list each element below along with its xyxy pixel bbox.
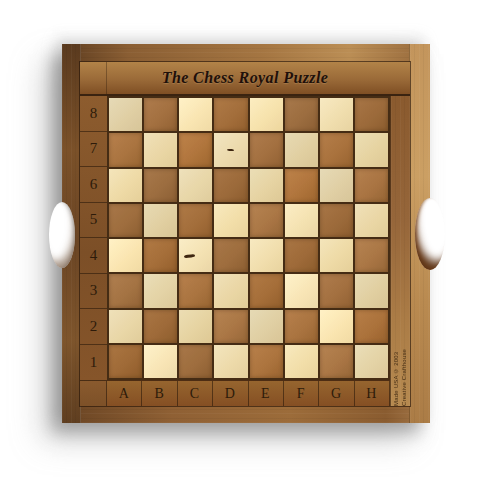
- square-h6[interactable]: [355, 169, 388, 202]
- file-label-b: B: [142, 381, 177, 406]
- square-g8[interactable]: [320, 98, 353, 131]
- file-label-g: G: [319, 381, 354, 406]
- square-h3[interactable]: [355, 274, 388, 307]
- square-g5[interactable]: [320, 204, 353, 237]
- board-inner-frame: The Chess Royal Puzzle 87654321 Made USA…: [80, 62, 410, 406]
- square-h8[interactable]: [355, 98, 388, 131]
- maker-stamp-line2: Creative Crafthouse: [400, 344, 408, 406]
- square-c3[interactable]: [179, 274, 212, 307]
- file-label-a: A: [107, 381, 142, 406]
- maker-stamp-line1: Made USA © 2003: [392, 344, 400, 406]
- square-a8[interactable]: [109, 98, 142, 131]
- frame-bottom-edge: [62, 406, 430, 423]
- rank-label-8: 8: [80, 96, 107, 132]
- square-e7[interactable]: [250, 133, 283, 166]
- wood-knot: [184, 254, 195, 258]
- rank-label-2: 2: [80, 309, 107, 345]
- square-h5[interactable]: [355, 204, 388, 237]
- square-f3[interactable]: [285, 274, 318, 307]
- rank-label-4: 4: [80, 238, 107, 274]
- rank-label-3: 3: [80, 274, 107, 310]
- title-strip: The Chess Royal Puzzle: [80, 62, 410, 96]
- square-b6[interactable]: [144, 169, 177, 202]
- square-g2[interactable]: [320, 310, 353, 343]
- square-c5[interactable]: [179, 204, 212, 237]
- square-b2[interactable]: [144, 310, 177, 343]
- square-f7[interactable]: [285, 133, 318, 166]
- square-f4[interactable]: [285, 239, 318, 272]
- square-c1[interactable]: [179, 345, 212, 378]
- square-e3[interactable]: [250, 274, 283, 307]
- square-g6[interactable]: [320, 169, 353, 202]
- board-grid: [107, 96, 390, 380]
- finger-notch-left: [49, 202, 75, 268]
- rank-labels-column: 87654321: [80, 96, 107, 380]
- frame-inner-right-strip: Made USA © 2003 Creative Crafthouse: [390, 96, 410, 406]
- square-c8[interactable]: [179, 98, 212, 131]
- square-b8[interactable]: [144, 98, 177, 131]
- file-label-c: C: [178, 381, 213, 406]
- square-a4[interactable]: [109, 239, 142, 272]
- file-label-d: D: [213, 381, 248, 406]
- square-d4[interactable]: [214, 239, 247, 272]
- square-b5[interactable]: [144, 204, 177, 237]
- square-a7[interactable]: [109, 133, 142, 166]
- square-b1[interactable]: [144, 345, 177, 378]
- square-a6[interactable]: [109, 169, 142, 202]
- square-d1[interactable]: [214, 345, 247, 378]
- square-e6[interactable]: [250, 169, 283, 202]
- rank-label-1: 1: [80, 345, 107, 381]
- rank-label-7: 7: [80, 132, 107, 168]
- square-d2[interactable]: [214, 310, 247, 343]
- square-h4[interactable]: [355, 239, 388, 272]
- square-f1[interactable]: [285, 345, 318, 378]
- square-h2[interactable]: [355, 310, 388, 343]
- square-h7[interactable]: [355, 133, 388, 166]
- square-b4[interactable]: [144, 239, 177, 272]
- square-e4[interactable]: [250, 239, 283, 272]
- square-f5[interactable]: [285, 204, 318, 237]
- rank-label-5: 5: [80, 203, 107, 239]
- square-a2[interactable]: [109, 310, 142, 343]
- file-label-e: E: [249, 381, 284, 406]
- square-c6[interactable]: [179, 169, 212, 202]
- square-g4[interactable]: [320, 239, 353, 272]
- square-c4[interactable]: [179, 239, 212, 272]
- square-d7[interactable]: [214, 133, 247, 166]
- square-e2[interactable]: [250, 310, 283, 343]
- square-b7[interactable]: [144, 133, 177, 166]
- square-d5[interactable]: [214, 204, 247, 237]
- square-h1[interactable]: [355, 345, 388, 378]
- square-d3[interactable]: [214, 274, 247, 307]
- file-labels-row: ABCDEFGH: [107, 380, 390, 406]
- square-d8[interactable]: [214, 98, 247, 131]
- corner-cell: [80, 380, 107, 406]
- square-c7[interactable]: [179, 133, 212, 166]
- square-d6[interactable]: [214, 169, 247, 202]
- square-g7[interactable]: [320, 133, 353, 166]
- square-g3[interactable]: [320, 274, 353, 307]
- board-title: The Chess Royal Puzzle: [162, 69, 329, 87]
- square-e8[interactable]: [250, 98, 283, 131]
- square-a1[interactable]: [109, 345, 142, 378]
- square-f8[interactable]: [285, 98, 318, 131]
- wood-knot: [227, 149, 234, 151]
- maker-stamp: Made USA © 2003 Creative Crafthouse: [392, 344, 408, 406]
- square-e1[interactable]: [250, 345, 283, 378]
- rank-label-6: 6: [80, 167, 107, 203]
- square-g1[interactable]: [320, 345, 353, 378]
- square-e5[interactable]: [250, 204, 283, 237]
- square-a3[interactable]: [109, 274, 142, 307]
- file-label-h: H: [355, 381, 390, 406]
- square-f6[interactable]: [285, 169, 318, 202]
- file-label-f: F: [284, 381, 319, 406]
- chess-board-box: The Chess Royal Puzzle 87654321 Made USA…: [62, 44, 430, 423]
- photo-background: The Chess Royal Puzzle 87654321 Made USA…: [0, 0, 480, 480]
- frame-top-edge: [62, 44, 430, 62]
- square-c2[interactable]: [179, 310, 212, 343]
- square-f2[interactable]: [285, 310, 318, 343]
- finger-notch-right: [415, 198, 445, 270]
- square-a5[interactable]: [109, 204, 142, 237]
- square-b3[interactable]: [144, 274, 177, 307]
